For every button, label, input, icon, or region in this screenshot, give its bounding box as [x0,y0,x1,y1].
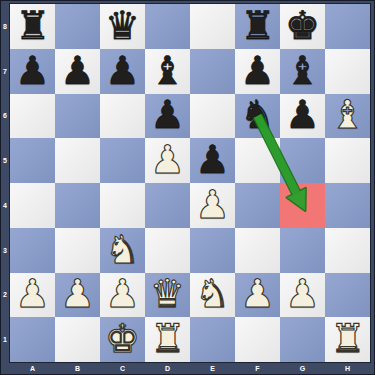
piece-black-pawn[interactable]: ♟ [15,51,50,90]
square-b6[interactable] [55,94,100,139]
square-f4[interactable] [235,183,280,228]
square-c4[interactable] [100,183,145,228]
square-g2[interactable]: ♟ [280,273,325,318]
piece-white-rook[interactable]: ♜ [330,319,365,358]
piece-white-knight[interactable]: ♞ [195,274,230,313]
square-e5[interactable]: ♟ [190,138,235,183]
square-e2[interactable]: ♞ [190,273,235,318]
square-g7[interactable]: ♝ [280,49,325,94]
square-g3[interactable] [280,228,325,273]
rank-label-7: 7 [0,49,10,94]
piece-black-rook[interactable]: ♜ [240,6,275,45]
rank-labels: 87654321 [0,4,10,362]
rank-label-2: 2 [0,273,10,318]
square-a7[interactable]: ♟ [10,49,55,94]
square-h4[interactable] [325,183,370,228]
square-c3[interactable]: ♞ [100,228,145,273]
file-label-f: F [235,362,280,375]
piece-black-knight[interactable]: ♞ [240,95,275,134]
file-label-d: D [145,362,190,375]
square-a6[interactable] [10,94,55,139]
square-a4[interactable] [10,183,55,228]
piece-white-pawn[interactable]: ♟ [240,274,275,313]
square-g8[interactable]: ♚ [280,4,325,49]
piece-black-pawn[interactable]: ♟ [240,51,275,90]
square-f6[interactable]: ♞ [235,94,280,139]
square-d7[interactable]: ♝ [145,49,190,94]
piece-white-pawn[interactable]: ♟ [105,274,140,313]
square-b4[interactable] [55,183,100,228]
square-b7[interactable]: ♟ [55,49,100,94]
square-d6[interactable]: ♟ [145,94,190,139]
piece-white-rook[interactable]: ♜ [150,319,185,358]
square-f1[interactable] [235,317,280,362]
square-h2[interactable] [325,273,370,318]
rank-label-4: 4 [0,183,10,228]
square-f7[interactable]: ♟ [235,49,280,94]
square-h8[interactable] [325,4,370,49]
piece-black-king[interactable]: ♚ [285,6,320,45]
square-d2[interactable]: ♛ [145,273,190,318]
square-g6[interactable]: ♟ [280,94,325,139]
file-label-a: A [10,362,55,375]
square-e6[interactable] [190,94,235,139]
square-d5[interactable]: ♟ [145,138,190,183]
square-g1[interactable] [280,317,325,362]
chess-app-frame: 87654321 ♜♛♜♚♟♟♟♝♟♝♟♞♟♝♟♟♟♞♟♟♟♛♞♟♟♚♜♜ AB… [0,0,375,375]
square-d8[interactable] [145,4,190,49]
rank-label-5: 5 [0,138,10,183]
rank-label-1: 1 [0,317,10,362]
square-c2[interactable]: ♟ [100,273,145,318]
file-labels: ABCDEFGH [10,362,370,375]
rank-label-8: 8 [0,4,10,49]
chess-board: ♜♛♜♚♟♟♟♝♟♝♟♞♟♝♟♟♟♞♟♟♟♛♞♟♟♚♜♜ [10,4,370,362]
piece-white-pawn[interactable]: ♟ [60,274,95,313]
piece-white-pawn[interactable]: ♟ [285,274,320,313]
file-label-b: B [55,362,100,375]
piece-white-king[interactable]: ♚ [105,319,140,358]
square-d1[interactable]: ♜ [145,317,190,362]
piece-black-pawn[interactable]: ♟ [105,51,140,90]
square-a3[interactable] [10,228,55,273]
piece-black-pawn[interactable]: ♟ [195,140,230,179]
square-c5[interactable] [100,138,145,183]
piece-black-pawn[interactable]: ♟ [150,95,185,134]
piece-white-pawn[interactable]: ♟ [150,140,185,179]
piece-white-pawn[interactable]: ♟ [195,185,230,224]
square-b2[interactable]: ♟ [55,273,100,318]
rank-label-6: 6 [0,94,10,139]
square-f3[interactable] [235,228,280,273]
square-g5[interactable] [280,138,325,183]
square-f2[interactable]: ♟ [235,273,280,318]
file-label-g: G [280,362,325,375]
piece-black-bishop[interactable]: ♝ [150,51,185,90]
square-e3[interactable] [190,228,235,273]
piece-black-pawn[interactable]: ♟ [285,95,320,134]
piece-black-bishop[interactable]: ♝ [285,51,320,90]
square-c7[interactable]: ♟ [100,49,145,94]
square-h1[interactable]: ♜ [325,317,370,362]
square-d4[interactable] [145,183,190,228]
square-g4[interactable] [280,183,325,228]
square-b5[interactable] [55,138,100,183]
file-label-e: E [190,362,235,375]
square-b3[interactable] [55,228,100,273]
piece-white-knight[interactable]: ♞ [105,230,140,269]
square-f8[interactable]: ♜ [235,4,280,49]
piece-white-bishop[interactable]: ♝ [330,95,365,134]
piece-white-queen[interactable]: ♛ [150,274,185,313]
square-b1[interactable] [55,317,100,362]
piece-white-pawn[interactable]: ♟ [15,274,50,313]
square-e1[interactable] [190,317,235,362]
square-d3[interactable] [145,228,190,273]
square-e8[interactable] [190,4,235,49]
rank-label-3: 3 [0,228,10,273]
square-a2[interactable]: ♟ [10,273,55,318]
square-b8[interactable] [55,4,100,49]
square-h5[interactable] [325,138,370,183]
square-e4[interactable]: ♟ [190,183,235,228]
square-a5[interactable] [10,138,55,183]
square-c8[interactable]: ♛ [100,4,145,49]
piece-black-pawn[interactable]: ♟ [60,51,95,90]
square-h3[interactable] [325,228,370,273]
file-label-h: H [325,362,370,375]
piece-black-queen[interactable]: ♛ [105,6,140,45]
square-c1[interactable]: ♚ [100,317,145,362]
piece-black-rook[interactable]: ♜ [15,6,50,45]
file-label-c: C [100,362,145,375]
square-e7[interactable] [190,49,235,94]
square-h6[interactable]: ♝ [325,94,370,139]
square-a8[interactable]: ♜ [10,4,55,49]
square-h7[interactable] [325,49,370,94]
square-a1[interactable] [10,317,55,362]
square-f5[interactable] [235,138,280,183]
square-c6[interactable] [100,94,145,139]
